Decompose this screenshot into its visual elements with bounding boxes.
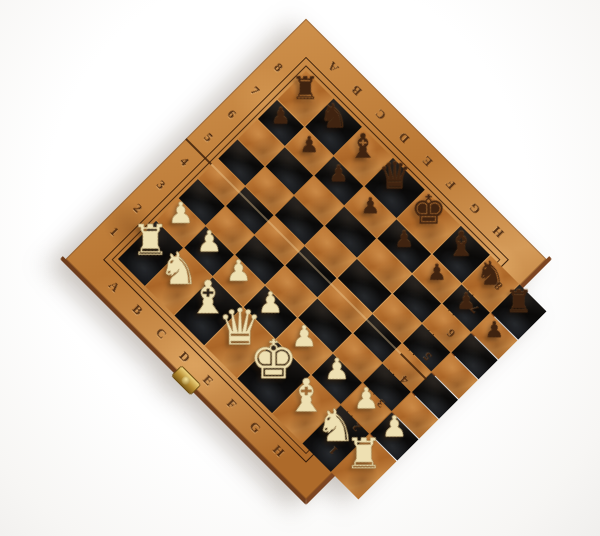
file-label-c: C (141, 313, 181, 353)
black-knight-icon: ♞ (319, 100, 349, 133)
white-pawn-icon: ♟ (353, 385, 380, 415)
white-pawn-icon: ♟ (168, 199, 195, 229)
black-bishop-icon: ♝ (348, 129, 378, 163)
black-bishop-icon: ♝ (446, 227, 476, 261)
piece-black-pawn-d7[interactable]: ♟ (347, 199, 392, 226)
black-pawn-icon: ♟ (360, 194, 380, 216)
chess-board: 87654321 87654321 ABCDEFGH ABCDEFGH ♜♞♝♛… (66, 19, 547, 500)
piece-black-pawn-b7[interactable]: ♟ (289, 138, 329, 165)
black-pawn-icon: ♟ (271, 105, 291, 127)
black-pawn-icon: ♟ (394, 228, 414, 250)
rank-label-4: 4 (164, 141, 204, 181)
rank-label-7: 7 (235, 70, 275, 110)
black-knight-icon: ♞ (476, 257, 506, 290)
black-pawn-icon: ♟ (329, 163, 349, 185)
white-pawn-icon: ♟ (323, 355, 350, 385)
white-pawn-icon: ♟ (226, 257, 253, 287)
board-grid: ♜♞♝♛♚♝♞♜♟♟♟♟♟♟♟♟♟♟♟♟♟♟♟♟♜♞♝♛♚♝♞♜ (118, 71, 494, 447)
file-label-h: H (478, 211, 518, 251)
piece-black-pawn-f7[interactable]: ♟ (416, 265, 457, 292)
file-label-g: G (235, 407, 275, 447)
rank-label-5: 5 (188, 117, 228, 157)
piece-black-pawn-a7[interactable]: ♟ (262, 109, 300, 136)
photo-scene: 87654321 87654321 ABCDEFGH ABCDEFGH ♜♞♝♛… (0, 0, 600, 536)
rank-label-6: 6 (211, 94, 251, 134)
white-pawn-icon: ♟ (381, 413, 408, 443)
black-queen-icon: ♛ (378, 158, 412, 195)
black-pawn-icon: ♟ (299, 134, 319, 156)
black-rook-icon: ♜ (291, 73, 319, 104)
piece-black-pawn-g7[interactable]: ♟ (446, 295, 486, 322)
file-label-h: H (258, 431, 298, 471)
white-rook-icon: ♜ (345, 433, 383, 475)
board-wrap: 87654321 87654321 ABCDEFGH ABCDEFGH ♜♞♝♛… (66, 19, 547, 500)
piece-black-pawn-h7[interactable]: ♟ (476, 323, 514, 350)
piece-black-pawn-e7[interactable]: ♟ (380, 233, 429, 260)
black-king-icon: ♚ (411, 190, 447, 230)
black-pawn-icon: ♟ (485, 319, 505, 341)
white-pawn-icon: ♟ (196, 228, 223, 258)
rank-label-1: 1 (94, 211, 134, 251)
black-pawn-icon: ♟ (456, 291, 476, 313)
file-label-b: B (117, 290, 157, 330)
piece-white-rook-h1[interactable]: ♜ (345, 440, 383, 494)
clasp-latch (171, 365, 201, 395)
black-pawn-icon: ♟ (427, 261, 447, 283)
file-label-g: G (454, 188, 494, 228)
file-label-a: A (94, 266, 134, 306)
piece-black-pawn-c7[interactable]: ♟ (318, 167, 359, 194)
file-label-f: F (211, 384, 251, 424)
black-rook-icon: ♜ (505, 287, 533, 318)
file-label-d: D (384, 117, 424, 157)
